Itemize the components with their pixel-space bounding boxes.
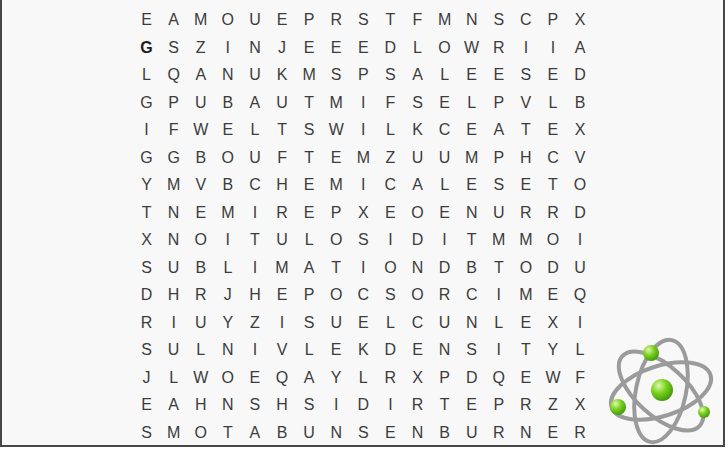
- grid-cell[interactable]: Z: [187, 34, 214, 62]
- grid-cell[interactable]: E: [458, 392, 485, 420]
- grid-cell[interactable]: I: [350, 254, 377, 282]
- grid-cell[interactable]: O: [404, 282, 431, 310]
- grid-cell[interactable]: A: [160, 7, 187, 35]
- grid-cell[interactable]: A: [187, 62, 214, 90]
- grid-cell[interactable]: L: [377, 117, 404, 145]
- grid-cell[interactable]: F: [404, 7, 431, 35]
- grid-cell[interactable]: N: [214, 337, 241, 365]
- grid-cell[interactable]: I: [350, 117, 377, 145]
- grid-cell[interactable]: D: [133, 282, 160, 310]
- grid-cell[interactable]: S: [512, 62, 539, 90]
- grid-cell[interactable]: R: [539, 199, 566, 227]
- grid-cell[interactable]: W: [458, 34, 485, 62]
- grid-cell[interactable]: P: [296, 282, 323, 310]
- grid-cell[interactable]: R: [187, 282, 214, 310]
- grid-cell[interactable]: M: [160, 172, 187, 200]
- grid-cell[interactable]: H: [512, 144, 539, 172]
- grid-cell[interactable]: C: [404, 309, 431, 337]
- grid-cell[interactable]: D: [377, 337, 404, 365]
- grid-cell[interactable]: J: [214, 282, 241, 310]
- grid-cell[interactable]: S: [458, 337, 485, 365]
- grid-cell[interactable]: E: [268, 7, 295, 35]
- grid-cell[interactable]: Q: [160, 62, 187, 90]
- grid-cell[interactable]: M: [187, 7, 214, 35]
- electron-right: [698, 406, 710, 418]
- grid-cell[interactable]: R: [431, 282, 458, 310]
- grid-cell[interactable]: U: [187, 89, 214, 117]
- grid-cell[interactable]: S: [133, 419, 160, 447]
- grid-cell[interactable]: P: [485, 392, 512, 420]
- grid-cell[interactable]: A: [241, 419, 268, 447]
- grid-cell[interactable]: D: [567, 62, 594, 90]
- grid-cell[interactable]: U: [268, 227, 295, 255]
- grid-cell[interactable]: A: [296, 364, 323, 392]
- grid-cell[interactable]: S: [296, 117, 323, 145]
- grid-cell[interactable]: Y: [133, 172, 160, 200]
- grid-cell[interactable]: S: [323, 62, 350, 90]
- grid-cell[interactable]: U: [241, 7, 268, 35]
- grid-cell[interactable]: M: [458, 144, 485, 172]
- grid-cell[interactable]: N: [160, 199, 187, 227]
- grid-cell[interactable]: S: [377, 62, 404, 90]
- grid-cell[interactable]: E: [458, 62, 485, 90]
- grid-cell[interactable]: H: [241, 282, 268, 310]
- grid-cell[interactable]: B: [458, 254, 485, 282]
- grid-cell[interactable]: E: [539, 117, 566, 145]
- grid-cell[interactable]: N: [404, 419, 431, 447]
- grid-cell[interactable]: W: [539, 364, 566, 392]
- grid-cell[interactable]: J: [268, 34, 295, 62]
- nucleus: [651, 379, 673, 401]
- grid-cell[interactable]: U: [241, 144, 268, 172]
- grid-cell[interactable]: E: [350, 34, 377, 62]
- grid-cell[interactable]: W: [323, 117, 350, 145]
- grid-cell[interactable]: R: [567, 419, 594, 447]
- grid-cell[interactable]: I: [241, 254, 268, 282]
- grid-cell[interactable]: T: [485, 254, 512, 282]
- grid-cell[interactable]: O: [377, 254, 404, 282]
- grid-cell[interactable]: I: [160, 309, 187, 337]
- grid-cell[interactable]: L: [241, 117, 268, 145]
- grid-cell[interactable]: O: [214, 144, 241, 172]
- grid-cell[interactable]: M: [350, 144, 377, 172]
- grid-cell[interactable]: U: [431, 309, 458, 337]
- grid-cell[interactable]: E: [187, 199, 214, 227]
- grid-cell[interactable]: A: [404, 62, 431, 90]
- grid-cell[interactable]: T: [512, 337, 539, 365]
- grid-cell[interactable]: O: [187, 419, 214, 447]
- grid-cell[interactable]: N: [458, 309, 485, 337]
- grid-cell[interactable]: N: [160, 227, 187, 255]
- grid-cell[interactable]: G: [133, 144, 160, 172]
- grid-cell[interactable]: R: [404, 392, 431, 420]
- grid-cell[interactable]: M: [431, 7, 458, 35]
- grid-cell[interactable]: V: [567, 144, 594, 172]
- grid-cell[interactable]: L: [214, 254, 241, 282]
- grid-cell[interactable]: D: [458, 364, 485, 392]
- grid-cell[interactable]: X: [133, 227, 160, 255]
- grid-cell[interactable]: I: [485, 282, 512, 310]
- grid-cell[interactable]: U: [187, 309, 214, 337]
- grid-cell[interactable]: Y: [539, 337, 566, 365]
- grid-cell[interactable]: A: [241, 89, 268, 117]
- grid-cell[interactable]: T: [296, 89, 323, 117]
- grid-cell[interactable]: R: [268, 199, 295, 227]
- grid-cell[interactable]: S: [350, 7, 377, 35]
- grid-cell[interactable]: R: [485, 34, 512, 62]
- grid-cell[interactable]: E: [241, 364, 268, 392]
- grid-cell[interactable]: D: [404, 227, 431, 255]
- grid-cell[interactable]: R: [485, 419, 512, 447]
- grid-cell[interactable]: A: [296, 254, 323, 282]
- grid-cell[interactable]: R: [512, 199, 539, 227]
- grid-cell[interactable]: E: [323, 337, 350, 365]
- word-grid: GSJNVXLEUTLTSOAUDEAMOUEPRSTFMNSCPXGSZINJ…: [133, 0, 594, 447]
- grid-cell[interactable]: B: [187, 254, 214, 282]
- grid-cell[interactable]: P: [431, 364, 458, 392]
- grid-cell[interactable]: L: [296, 227, 323, 255]
- grid-cell[interactable]: P: [160, 89, 187, 117]
- grid-cell[interactable]: O: [323, 227, 350, 255]
- grid-cell[interactable]: F: [567, 364, 594, 392]
- grid-cell[interactable]: P: [539, 7, 566, 35]
- grid-cell[interactable]: T: [133, 199, 160, 227]
- grid-cell[interactable]: L: [133, 62, 160, 90]
- grid-cell[interactable]: E: [458, 117, 485, 145]
- grid-cell[interactable]: R: [377, 364, 404, 392]
- grid-cell[interactable]: I: [567, 227, 594, 255]
- grid-cell[interactable]: S: [404, 89, 431, 117]
- grid-cell[interactable]: P: [323, 199, 350, 227]
- grid-cell[interactable]: D: [539, 254, 566, 282]
- grid-cell[interactable]: A: [485, 117, 512, 145]
- grid-cell[interactable]: E: [512, 364, 539, 392]
- grid-cell[interactable]: C: [458, 282, 485, 310]
- grid-cell[interactable]: E: [512, 309, 539, 337]
- grid-cell[interactable]: C: [377, 172, 404, 200]
- grid-cell[interactable]: I: [241, 199, 268, 227]
- grid-cell[interactable]: S: [133, 337, 160, 365]
- grid-cell[interactable]: E: [296, 34, 323, 62]
- puzzle-panel: GSJNVXLEUTLTSOAUDEAMOUEPRSTFMNSCPXGSZINJ…: [0, 0, 725, 447]
- grid-cell[interactable]: C: [431, 117, 458, 145]
- grid-cell[interactable]: T: [458, 227, 485, 255]
- grid-cell[interactable]: M: [512, 227, 539, 255]
- grid-cell[interactable]: M: [296, 62, 323, 90]
- grid-cell[interactable]: I: [377, 227, 404, 255]
- grid-cell[interactable]: R: [133, 309, 160, 337]
- grid-cell[interactable]: P: [485, 144, 512, 172]
- grid-cell[interactable]: G: [133, 89, 160, 117]
- grid-cell[interactable]: F: [377, 89, 404, 117]
- grid-cell[interactable]: S: [296, 309, 323, 337]
- electron-top: [643, 345, 659, 361]
- grid-cell[interactable]: E: [323, 34, 350, 62]
- grid-cell[interactable]: Z: [377, 144, 404, 172]
- grid-cell[interactable]: G: [133, 34, 160, 62]
- grid-cell[interactable]: L: [485, 309, 512, 337]
- grid-cell[interactable]: O: [567, 172, 594, 200]
- grid-cell[interactable]: E: [377, 419, 404, 447]
- grid-cell[interactable]: S: [485, 172, 512, 200]
- grid-cell[interactable]: X: [567, 117, 594, 145]
- grid-cell[interactable]: K: [404, 117, 431, 145]
- grid-cell[interactable]: T: [539, 172, 566, 200]
- grid-cell[interactable]: O: [539, 227, 566, 255]
- grid-cell[interactable]: P: [296, 7, 323, 35]
- grid-cell[interactable]: I: [377, 392, 404, 420]
- grid-cell[interactable]: S: [133, 254, 160, 282]
- grid-cell[interactable]: B: [187, 144, 214, 172]
- grid-cell[interactable]: F: [160, 117, 187, 145]
- grid-cell[interactable]: K: [268, 62, 295, 90]
- grid-cell[interactable]: U: [458, 419, 485, 447]
- grid-cell[interactable]: D: [377, 34, 404, 62]
- grid-cell[interactable]: N: [458, 199, 485, 227]
- grid-cell[interactable]: U: [567, 254, 594, 282]
- grid-cell[interactable]: N: [512, 419, 539, 447]
- grid-cell[interactable]: P: [350, 62, 377, 90]
- grid-cell[interactable]: M: [512, 282, 539, 310]
- grid-cell[interactable]: I: [431, 227, 458, 255]
- grid-cell[interactable]: L: [296, 337, 323, 365]
- grid-cell[interactable]: S: [350, 227, 377, 255]
- grid-cell[interactable]: V: [268, 337, 295, 365]
- grid-cell[interactable]: S: [160, 34, 187, 62]
- grid-cell[interactable]: D: [350, 392, 377, 420]
- grid-cell[interactable]: L: [160, 364, 187, 392]
- grid-cell[interactable]: R: [323, 7, 350, 35]
- grid-cell[interactable]: S: [296, 392, 323, 420]
- grid-cell[interactable]: O: [512, 254, 539, 282]
- grid-cell[interactable]: P: [485, 89, 512, 117]
- grid-cell[interactable]: E: [296, 199, 323, 227]
- grid-cell[interactable]: Q: [567, 282, 594, 310]
- grid-cell[interactable]: T: [323, 254, 350, 282]
- grid-cell[interactable]: N: [323, 419, 350, 447]
- grid-cell[interactable]: U: [404, 144, 431, 172]
- grid-cell[interactable]: L: [377, 309, 404, 337]
- grid-cell[interactable]: B: [567, 89, 594, 117]
- grid-cell[interactable]: Y: [323, 364, 350, 392]
- grid-cell[interactable]: F: [268, 144, 295, 172]
- atom-icon: [602, 336, 724, 447]
- grid-cell[interactable]: A: [567, 34, 594, 62]
- grid-cell[interactable]: S: [241, 392, 268, 420]
- grid-cell[interactable]: I: [268, 309, 295, 337]
- grid-cell[interactable]: O: [214, 7, 241, 35]
- grid-cell[interactable]: I: [241, 337, 268, 365]
- grid-cell[interactable]: L: [350, 364, 377, 392]
- grid-cell[interactable]: X: [404, 364, 431, 392]
- grid-cell[interactable]: N: [458, 7, 485, 35]
- grid-cell[interactable]: C: [512, 7, 539, 35]
- grid-cell[interactable]: N: [214, 392, 241, 420]
- grid-cell[interactable]: Y: [214, 309, 241, 337]
- grid-cell[interactable]: I: [512, 34, 539, 62]
- grid-cell[interactable]: W: [187, 117, 214, 145]
- grid-cell[interactable]: M: [214, 199, 241, 227]
- grid-cell[interactable]: Q: [268, 364, 295, 392]
- grid-cell[interactable]: N: [241, 34, 268, 62]
- grid-cell[interactable]: Q: [485, 364, 512, 392]
- grid-cell[interactable]: E: [404, 337, 431, 365]
- grid-cell[interactable]: S: [350, 419, 377, 447]
- grid-cell[interactable]: B: [214, 89, 241, 117]
- grid-cell[interactable]: M: [323, 172, 350, 200]
- grid-cell[interactable]: O: [187, 227, 214, 255]
- grid-cell[interactable]: X: [567, 7, 594, 35]
- grid-cell[interactable]: E: [268, 282, 295, 310]
- electron-left: [610, 399, 626, 415]
- grid-cell[interactable]: C: [539, 144, 566, 172]
- grid-cell[interactable]: A: [404, 172, 431, 200]
- grid-cell[interactable]: E: [350, 309, 377, 337]
- grid-cell[interactable]: E: [133, 392, 160, 420]
- grid-cell[interactable]: N: [404, 254, 431, 282]
- grid-cell[interactable]: M: [268, 254, 295, 282]
- grid-cell[interactable]: Z: [241, 309, 268, 337]
- grid-cell[interactable]: I: [214, 227, 241, 255]
- grid-cell[interactable]: Z: [539, 392, 566, 420]
- grid-cell[interactable]: I: [485, 337, 512, 365]
- grid-cell[interactable]: O: [404, 199, 431, 227]
- grid-cell[interactable]: X: [350, 199, 377, 227]
- grid-cell[interactable]: E: [377, 199, 404, 227]
- grid-cell[interactable]: E: [458, 172, 485, 200]
- grid-cell[interactable]: I: [350, 89, 377, 117]
- grid-cell[interactable]: L: [458, 89, 485, 117]
- grid-cell[interactable]: I: [214, 34, 241, 62]
- grid-cell[interactable]: E: [214, 117, 241, 145]
- grid-cell[interactable]: E: [539, 62, 566, 90]
- grid-cell[interactable]: J: [133, 364, 160, 392]
- grid-cell[interactable]: I: [133, 117, 160, 145]
- grid-cell[interactable]: M: [160, 419, 187, 447]
- grid-cell[interactable]: I: [350, 172, 377, 200]
- grid-cell[interactable]: C: [350, 282, 377, 310]
- grid-cell[interactable]: B: [268, 419, 295, 447]
- grid-cell[interactable]: I: [323, 392, 350, 420]
- grid-cell[interactable]: G: [160, 144, 187, 172]
- grid-cell[interactable]: E: [431, 199, 458, 227]
- grid-cell[interactable]: L: [431, 62, 458, 90]
- grid-cell[interactable]: E: [485, 62, 512, 90]
- grid-cell[interactable]: O: [431, 34, 458, 62]
- grid-cell[interactable]: E: [323, 144, 350, 172]
- grid-cell[interactable]: X: [539, 309, 566, 337]
- grid-cell[interactable]: M: [323, 89, 350, 117]
- grid-cell[interactable]: T: [268, 117, 295, 145]
- grid-cell[interactable]: T: [296, 144, 323, 172]
- grid-cell[interactable]: D: [567, 199, 594, 227]
- grid-cell[interactable]: R: [512, 392, 539, 420]
- grid-cell[interactable]: N: [431, 337, 458, 365]
- grid-cell[interactable]: V: [187, 172, 214, 200]
- grid-cell[interactable]: L: [539, 89, 566, 117]
- grid-cell[interactable]: X: [567, 392, 594, 420]
- grid-cell[interactable]: S: [377, 282, 404, 310]
- grid-cell[interactable]: E: [539, 282, 566, 310]
- grid-cell[interactable]: L: [404, 34, 431, 62]
- grid-cell[interactable]: I: [539, 34, 566, 62]
- grid-cell[interactable]: B: [431, 419, 458, 447]
- grid-cell[interactable]: U: [323, 309, 350, 337]
- grid-cell[interactable]: T: [214, 419, 241, 447]
- grid-cell[interactable]: S: [485, 7, 512, 35]
- grid-cell[interactable]: O: [214, 364, 241, 392]
- grid-cell[interactable]: U: [268, 89, 295, 117]
- grid-cell[interactable]: T: [241, 227, 268, 255]
- grid-cell[interactable]: H: [160, 282, 187, 310]
- grid-cell[interactable]: L: [187, 337, 214, 365]
- grid-cell[interactable]: V: [512, 89, 539, 117]
- grid-cell[interactable]: T: [377, 7, 404, 35]
- grid-cell[interactable]: B: [214, 172, 241, 200]
- grid-cell[interactable]: W: [187, 364, 214, 392]
- grid-cell[interactable]: I: [567, 309, 594, 337]
- grid-cell[interactable]: E: [512, 172, 539, 200]
- grid-cell[interactable]: O: [323, 282, 350, 310]
- grid-cell[interactable]: U: [160, 254, 187, 282]
- grid-cell[interactable]: D: [431, 254, 458, 282]
- grid-cell[interactable]: H: [268, 172, 295, 200]
- grid-cell[interactable]: T: [512, 117, 539, 145]
- grid-cell[interactable]: M: [485, 227, 512, 255]
- grid-cell[interactable]: U: [485, 199, 512, 227]
- grid-cell[interactable]: A: [160, 392, 187, 420]
- grid-cell[interactable]: E: [431, 89, 458, 117]
- grid-cell[interactable]: U: [431, 144, 458, 172]
- grid-cell[interactable]: U: [241, 62, 268, 90]
- grid-cell[interactable]: H: [187, 392, 214, 420]
- grid-cell[interactable]: C: [241, 172, 268, 200]
- grid-cell[interactable]: H: [268, 392, 295, 420]
- grid-cell[interactable]: U: [296, 419, 323, 447]
- grid-cell[interactable]: T: [431, 392, 458, 420]
- grid-cell[interactable]: U: [160, 337, 187, 365]
- grid-cell[interactable]: E: [133, 7, 160, 35]
- grid-cell[interactable]: K: [350, 337, 377, 365]
- grid-cell[interactable]: E: [296, 172, 323, 200]
- grid-cell[interactable]: N: [214, 62, 241, 90]
- grid-cell[interactable]: L: [431, 172, 458, 200]
- grid-cell[interactable]: L: [567, 337, 594, 365]
- grid-cell[interactable]: E: [539, 419, 566, 447]
